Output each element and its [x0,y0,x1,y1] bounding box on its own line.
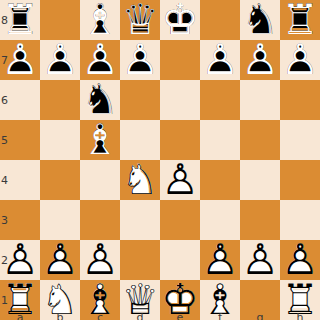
piece-black-rook[interactable]: ♜♖ [280,0,320,40]
square-f6[interactable] [200,80,240,120]
black-knight-icon: ♞ [240,0,280,40]
piece-white-queen[interactable]: ♛♕ [120,280,160,320]
piece-black-knight[interactable]: ♞♘ [80,80,120,120]
rank-label-6: 6 [1,94,8,107]
white-pawn-outline-icon: ♙ [40,240,80,280]
black-bishop-icon: ♝ [80,0,120,40]
black-bishop-outline-icon: ♗ [80,120,120,160]
black-pawn-outline-icon: ♙ [80,40,120,80]
white-pawn-icon: ♟ [240,240,280,280]
black-knight-outline-icon: ♘ [240,0,280,40]
black-queen-icon: ♛ [120,0,160,40]
square-e3[interactable] [160,200,200,240]
white-rook-outline-icon: ♖ [280,280,320,320]
black-rook-outline-icon: ♖ [280,0,320,40]
square-c4[interactable] [80,160,120,200]
piece-black-pawn[interactable]: ♟♙ [80,40,120,80]
square-a6[interactable]: 6 [0,80,40,120]
piece-black-pawn[interactable]: ♟♙ [0,40,40,80]
square-b7[interactable]: ♟♙ [40,40,80,80]
square-g8[interactable]: ♞♘ [240,0,280,40]
white-pawn-icon: ♟ [200,240,240,280]
white-bishop-outline-icon: ♗ [80,280,120,320]
square-a2[interactable]: ♟♙2 [0,240,40,280]
black-rook-icon: ♜ [0,0,40,40]
piece-black-bishop[interactable]: ♝♗ [80,120,120,160]
black-pawn-outline-icon: ♙ [120,40,160,80]
black-pawn-outline-icon: ♙ [200,40,240,80]
square-g1[interactable]: g [240,280,280,320]
square-e7[interactable] [160,40,200,80]
piece-black-pawn[interactable]: ♟♙ [280,40,320,80]
square-c7[interactable]: ♟♙ [80,40,120,80]
white-bishop-outline-icon: ♗ [200,280,240,320]
white-rook-icon: ♜ [0,280,40,320]
piece-black-pawn[interactable]: ♟♙ [200,40,240,80]
white-pawn-outline-icon: ♙ [0,240,40,280]
white-king-icon: ♚ [160,280,200,320]
piece-black-bishop[interactable]: ♝♗ [80,0,120,40]
square-d7[interactable]: ♟♙ [120,40,160,80]
piece-black-pawn[interactable]: ♟♙ [40,40,80,80]
square-g3[interactable] [240,200,280,240]
black-pawn-outline-icon: ♙ [40,40,80,80]
piece-white-knight[interactable]: ♞♘ [120,160,160,200]
piece-white-rook[interactable]: ♜♖ [280,280,320,320]
square-b8[interactable] [40,0,80,40]
square-a8[interactable]: ♜♖8 [0,0,40,40]
square-h3[interactable] [280,200,320,240]
square-e8[interactable]: ♚♔ [160,0,200,40]
square-d2[interactable] [120,240,160,280]
square-f5[interactable] [200,120,240,160]
piece-white-pawn[interactable]: ♟♙ [280,240,320,280]
square-f8[interactable] [200,0,240,40]
square-h6[interactable] [280,80,320,120]
square-d1[interactable]: ♛♕d [120,280,160,320]
piece-white-pawn[interactable]: ♟♙ [240,240,280,280]
square-d8[interactable]: ♛♕ [120,0,160,40]
chess-board: ♜♖8♝♗♛♕♚♔♞♘♜♖♟♙7♟♙♟♙♟♙♟♙♟♙♟♙6♞♘5♝♗4♞♘♟♙3… [0,0,320,320]
file-label-g: g [240,311,280,320]
piece-white-knight[interactable]: ♞♘ [40,280,80,320]
square-b4[interactable] [40,160,80,200]
square-g6[interactable] [240,80,280,120]
black-pawn-outline-icon: ♙ [0,40,40,80]
white-pawn-icon: ♟ [0,240,40,280]
black-king-icon: ♚ [160,0,200,40]
white-knight-icon: ♞ [40,280,80,320]
square-h4[interactable] [280,160,320,200]
black-rook-icon: ♜ [280,0,320,40]
square-c1[interactable]: ♝♗c [80,280,120,320]
square-g4[interactable] [240,160,280,200]
square-c6[interactable]: ♞♘ [80,80,120,120]
piece-black-king[interactable]: ♚♔ [160,0,200,40]
black-knight-icon: ♞ [80,80,120,120]
square-h1[interactable]: ♜♖h [280,280,320,320]
white-rook-icon: ♜ [280,280,320,320]
square-f3[interactable] [200,200,240,240]
white-rook-outline-icon: ♖ [0,280,40,320]
square-h7[interactable]: ♟♙ [280,40,320,80]
square-d4[interactable]: ♞♘ [120,160,160,200]
piece-white-pawn[interactable]: ♟♙ [200,240,240,280]
square-f2[interactable]: ♟♙ [200,240,240,280]
square-b6[interactable] [40,80,80,120]
square-h5[interactable] [280,120,320,160]
white-pawn-icon: ♟ [40,240,80,280]
black-queen-outline-icon: ♕ [120,0,160,40]
square-g2[interactable]: ♟♙ [240,240,280,280]
black-bishop-outline-icon: ♗ [80,0,120,40]
white-knight-icon: ♞ [120,160,160,200]
black-pawn-icon: ♟ [80,40,120,80]
square-f7[interactable]: ♟♙ [200,40,240,80]
piece-white-pawn[interactable]: ♟♙ [80,240,120,280]
piece-black-pawn[interactable]: ♟♙ [240,40,280,80]
white-pawn-outline-icon: ♙ [200,240,240,280]
white-pawn-icon: ♟ [80,240,120,280]
square-e5[interactable] [160,120,200,160]
piece-white-bishop[interactable]: ♝♗ [80,280,120,320]
piece-black-pawn[interactable]: ♟♙ [120,40,160,80]
rank-label-5: 5 [1,134,8,147]
square-b3[interactable] [40,200,80,240]
square-e4[interactable]: ♟♙ [160,160,200,200]
black-pawn-icon: ♟ [280,40,320,80]
square-c5[interactable]: ♝♗ [80,120,120,160]
white-pawn-icon: ♟ [160,160,200,200]
piece-black-queen[interactable]: ♛♕ [120,0,160,40]
square-a5[interactable]: 5 [0,120,40,160]
square-a7[interactable]: ♟♙7 [0,40,40,80]
square-c3[interactable] [80,200,120,240]
black-pawn-icon: ♟ [200,40,240,80]
piece-white-pawn[interactable]: ♟♙ [0,240,40,280]
black-bishop-icon: ♝ [80,120,120,160]
piece-black-rook[interactable]: ♜♖ [0,0,40,40]
square-e2[interactable] [160,240,200,280]
white-queen-outline-icon: ♕ [120,280,160,320]
square-e6[interactable] [160,80,200,120]
square-a1[interactable]: ♜♖1a [0,280,40,320]
white-pawn-icon: ♟ [280,240,320,280]
white-pawn-outline-icon: ♙ [280,240,320,280]
piece-black-knight[interactable]: ♞♘ [240,0,280,40]
piece-white-pawn[interactable]: ♟♙ [40,240,80,280]
piece-white-king[interactable]: ♚♔ [160,280,200,320]
white-king-outline-icon: ♔ [160,280,200,320]
white-knight-outline-icon: ♘ [120,160,160,200]
square-c2[interactable]: ♟♙ [80,240,120,280]
piece-white-pawn[interactable]: ♟♙ [160,160,200,200]
square-f4[interactable] [200,160,240,200]
square-f1[interactable]: ♝♗f [200,280,240,320]
piece-white-bishop[interactable]: ♝♗ [200,280,240,320]
black-knight-outline-icon: ♘ [80,80,120,120]
black-pawn-icon: ♟ [120,40,160,80]
square-d6[interactable] [120,80,160,120]
square-b1[interactable]: ♞♘b [40,280,80,320]
black-rook-outline-icon: ♖ [0,0,40,40]
square-g5[interactable] [240,120,280,160]
black-pawn-icon: ♟ [240,40,280,80]
square-b5[interactable] [40,120,80,160]
square-b2[interactable]: ♟♙ [40,240,80,280]
square-a3[interactable]: 3 [0,200,40,240]
black-pawn-outline-icon: ♙ [240,40,280,80]
square-a4[interactable]: 4 [0,160,40,200]
white-knight-outline-icon: ♘ [40,280,80,320]
white-pawn-outline-icon: ♙ [160,160,200,200]
square-h8[interactable]: ♜♖ [280,0,320,40]
black-king-outline-icon: ♔ [160,0,200,40]
square-d3[interactable] [120,200,160,240]
black-pawn-outline-icon: ♙ [280,40,320,80]
white-pawn-outline-icon: ♙ [240,240,280,280]
rank-label-4: 4 [1,174,8,187]
square-g7[interactable]: ♟♙ [240,40,280,80]
square-h2[interactable]: ♟♙ [280,240,320,280]
white-bishop-icon: ♝ [200,280,240,320]
rank-label-3: 3 [1,214,8,227]
black-pawn-icon: ♟ [0,40,40,80]
square-d5[interactable] [120,120,160,160]
black-pawn-icon: ♟ [40,40,80,80]
white-queen-icon: ♛ [120,280,160,320]
white-pawn-outline-icon: ♙ [80,240,120,280]
square-c8[interactable]: ♝♗ [80,0,120,40]
square-e1[interactable]: ♚♔e [160,280,200,320]
white-bishop-icon: ♝ [80,280,120,320]
piece-white-rook[interactable]: ♜♖ [0,280,40,320]
